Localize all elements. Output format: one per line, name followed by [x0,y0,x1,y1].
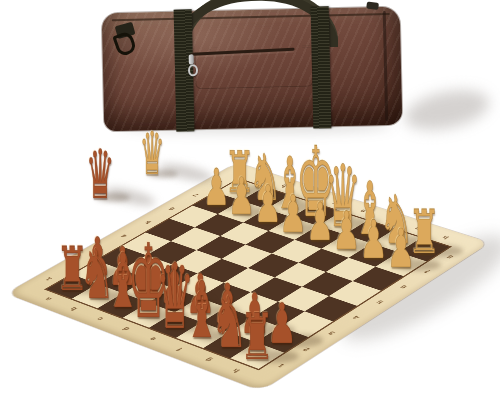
bag-front-pocket [195,50,314,90]
bag-corner-zipper-stop [366,1,379,10]
board-grid [44,178,452,370]
bag-cast-shadow [401,83,493,136]
product-photo-stage: abcdefgh abcdefgh 87654321 87654321 ♜♞♝♚… [0,0,500,394]
zipper-pull-icon [189,54,194,64]
chessboard: abcdefgh abcdefgh 87654321 87654321 [59,79,437,394]
vinyl-board-mat: abcdefgh abcdefgh 87654321 87654321 [6,163,490,391]
